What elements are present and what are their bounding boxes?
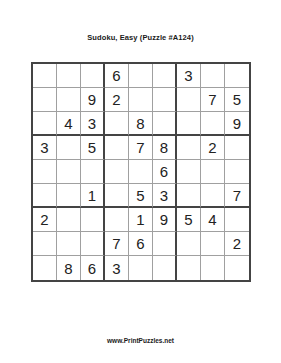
sudoku-cell-r7c7: 5 <box>177 208 201 232</box>
sudoku-cell-r5c2 <box>57 160 81 184</box>
sudoku-cell-r1c5 <box>129 64 153 88</box>
sudoku-cell-r8c2 <box>57 232 81 256</box>
sudoku-cell-r6c7 <box>177 184 201 208</box>
puzzle-page: Sudoku, Easy (Puzzle #A124) 639275438935… <box>0 0 281 363</box>
sudoku-cell-r9c1 <box>33 256 57 280</box>
sudoku-cell-r1c2 <box>57 64 81 88</box>
sudoku-cell-r2c5 <box>129 88 153 112</box>
sudoku-cell-r3c3: 3 <box>81 112 105 136</box>
sudoku-cell-r1c1 <box>33 64 57 88</box>
sudoku-board: 6392754389357826153721954762863 <box>31 62 251 282</box>
sudoku-cell-r7c5: 1 <box>129 208 153 232</box>
sudoku-cell-r3c4 <box>105 112 129 136</box>
sudoku-cell-r8c6 <box>153 232 177 256</box>
sudoku-cell-r4c2 <box>57 136 81 160</box>
sudoku-cell-r8c1 <box>33 232 57 256</box>
footer-url: www.PrintPuzzles.net <box>0 337 281 344</box>
sudoku-cell-r9c5 <box>129 256 153 280</box>
sudoku-cell-r8c4: 7 <box>105 232 129 256</box>
sudoku-cell-r1c7: 3 <box>177 64 201 88</box>
sudoku-cell-r1c8 <box>201 64 225 88</box>
sudoku-cell-r9c8 <box>201 256 225 280</box>
sudoku-cell-r5c3 <box>81 160 105 184</box>
puzzle-title: Sudoku, Easy (Puzzle #A124) <box>0 33 281 42</box>
sudoku-cell-r6c9: 7 <box>225 184 249 208</box>
sudoku-cell-r2c8: 7 <box>201 88 225 112</box>
sudoku-cell-r1c9 <box>225 64 249 88</box>
sudoku-cell-r1c3 <box>81 64 105 88</box>
sudoku-cell-r5c4 <box>105 160 129 184</box>
sudoku-cell-r8c9: 2 <box>225 232 249 256</box>
sudoku-cell-r7c4 <box>105 208 129 232</box>
sudoku-cell-r9c7 <box>177 256 201 280</box>
sudoku-cell-r3c7 <box>177 112 201 136</box>
sudoku-cell-r9c6 <box>153 256 177 280</box>
sudoku-cell-r9c4: 3 <box>105 256 129 280</box>
sudoku-cell-r5c5 <box>129 160 153 184</box>
sudoku-cell-r8c7 <box>177 232 201 256</box>
sudoku-cell-r3c1 <box>33 112 57 136</box>
sudoku-cell-r5c1 <box>33 160 57 184</box>
sudoku-cell-r4c3: 5 <box>81 136 105 160</box>
sudoku-cell-r7c6: 9 <box>153 208 177 232</box>
sudoku-cell-r2c9: 5 <box>225 88 249 112</box>
sudoku-cell-r3c5: 8 <box>129 112 153 136</box>
sudoku-cell-r6c6: 3 <box>153 184 177 208</box>
sudoku-cell-r9c3: 6 <box>81 256 105 280</box>
sudoku-cell-r1c6 <box>153 64 177 88</box>
sudoku-cell-r6c2 <box>57 184 81 208</box>
sudoku-cell-r7c8: 4 <box>201 208 225 232</box>
sudoku-cell-r4c4 <box>105 136 129 160</box>
sudoku-cell-r8c8 <box>201 232 225 256</box>
sudoku-cell-r2c4: 2 <box>105 88 129 112</box>
sudoku-cell-r4c8: 2 <box>201 136 225 160</box>
sudoku-cell-r3c9: 9 <box>225 112 249 136</box>
sudoku-cell-r5c9 <box>225 160 249 184</box>
sudoku-cell-r6c8 <box>201 184 225 208</box>
sudoku-cell-r9c2: 8 <box>57 256 81 280</box>
sudoku-cell-r8c5: 6 <box>129 232 153 256</box>
sudoku-cell-r3c2: 4 <box>57 112 81 136</box>
sudoku-cell-r5c8 <box>201 160 225 184</box>
sudoku-cell-r1c4: 6 <box>105 64 129 88</box>
sudoku-cell-r2c3: 9 <box>81 88 105 112</box>
sudoku-cell-r6c1 <box>33 184 57 208</box>
sudoku-cell-r5c7 <box>177 160 201 184</box>
sudoku-cell-r4c5: 7 <box>129 136 153 160</box>
sudoku-cell-r7c9 <box>225 208 249 232</box>
sudoku-cell-r6c3: 1 <box>81 184 105 208</box>
sudoku-cell-r6c5: 5 <box>129 184 153 208</box>
sudoku-cell-r2c6 <box>153 88 177 112</box>
sudoku-cell-r3c6 <box>153 112 177 136</box>
sudoku-cell-r4c9 <box>225 136 249 160</box>
sudoku-cell-r7c3 <box>81 208 105 232</box>
sudoku-cell-r6c4 <box>105 184 129 208</box>
sudoku-cell-r4c1: 3 <box>33 136 57 160</box>
sudoku-cell-r3c8 <box>201 112 225 136</box>
sudoku-cell-r5c6: 6 <box>153 160 177 184</box>
sudoku-cell-r4c7 <box>177 136 201 160</box>
sudoku-cell-r4c6: 8 <box>153 136 177 160</box>
sudoku-cell-r2c2 <box>57 88 81 112</box>
sudoku-cell-r2c1 <box>33 88 57 112</box>
sudoku-cell-r8c3 <box>81 232 105 256</box>
sudoku-cell-r2c7 <box>177 88 201 112</box>
sudoku-cell-r9c9 <box>225 256 249 280</box>
sudoku-cell-r7c2 <box>57 208 81 232</box>
sudoku-cell-r7c1: 2 <box>33 208 57 232</box>
